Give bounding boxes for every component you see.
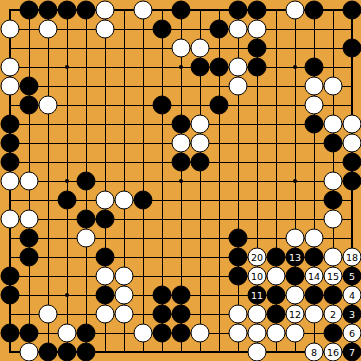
white-stone[interactable] xyxy=(1,58,19,76)
white-stone[interactable] xyxy=(229,77,247,95)
black-stone[interactable] xyxy=(305,286,323,304)
black-stone[interactable] xyxy=(1,267,19,285)
go-board[interactable]: 2013181014155114122368167 xyxy=(0,0,361,361)
black-stone[interactable] xyxy=(153,286,171,304)
black-stone[interactable] xyxy=(172,305,190,323)
white-stone[interactable] xyxy=(267,267,285,285)
white-stone[interactable] xyxy=(115,267,133,285)
white-stone[interactable] xyxy=(324,172,342,190)
move-number-label: 6 xyxy=(349,328,355,339)
black-stone[interactable] xyxy=(210,58,228,76)
black-stone[interactable] xyxy=(77,324,95,342)
black-stone[interactable] xyxy=(77,343,95,361)
white-stone[interactable] xyxy=(96,267,114,285)
white-stone[interactable]: 10 xyxy=(248,267,266,285)
black-stone[interactable] xyxy=(229,1,247,19)
black-stone[interactable] xyxy=(324,324,342,342)
star-point xyxy=(65,179,69,183)
black-stone[interactable] xyxy=(229,229,247,247)
black-stone[interactable]: 11 xyxy=(248,286,266,304)
black-stone[interactable] xyxy=(20,248,38,266)
black-stone[interactable] xyxy=(172,115,190,133)
move-number-label: 16 xyxy=(327,347,339,358)
black-stone[interactable] xyxy=(20,96,38,114)
white-stone[interactable] xyxy=(305,96,323,114)
white-stone[interactable]: 6 xyxy=(343,324,361,342)
white-stone[interactable] xyxy=(1,172,19,190)
white-stone[interactable] xyxy=(248,324,266,342)
white-stone[interactable]: 8 xyxy=(305,343,323,361)
black-stone[interactable] xyxy=(210,20,228,38)
black-stone[interactable] xyxy=(305,115,323,133)
white-stone[interactable] xyxy=(115,305,133,323)
white-stone[interactable] xyxy=(20,172,38,190)
white-stone[interactable] xyxy=(77,229,95,247)
black-stone[interactable] xyxy=(1,134,19,152)
white-stone[interactable] xyxy=(267,324,285,342)
black-stone[interactable] xyxy=(77,210,95,228)
black-stone[interactable] xyxy=(96,248,114,266)
black-stone[interactable] xyxy=(305,248,323,266)
black-stone[interactable] xyxy=(39,343,57,361)
black-stone[interactable] xyxy=(172,1,190,19)
white-stone[interactable] xyxy=(96,305,114,323)
black-stone[interactable] xyxy=(248,39,266,57)
white-stone[interactable] xyxy=(134,1,152,19)
white-stone[interactable]: 14 xyxy=(305,267,323,285)
white-stone[interactable]: 16 xyxy=(324,343,342,361)
white-stone[interactable] xyxy=(96,20,114,38)
black-stone[interactable] xyxy=(248,58,266,76)
black-stone[interactable] xyxy=(248,1,266,19)
black-stone[interactable] xyxy=(153,96,171,114)
black-stone[interactable] xyxy=(229,248,247,266)
black-stone[interactable] xyxy=(39,1,57,19)
white-stone[interactable] xyxy=(115,191,133,209)
white-stone[interactable] xyxy=(305,229,323,247)
star-point xyxy=(65,293,69,297)
black-stone[interactable] xyxy=(343,172,361,190)
white-stone[interactable]: 15 xyxy=(324,267,342,285)
black-stone[interactable] xyxy=(191,58,209,76)
black-stone[interactable] xyxy=(153,305,171,323)
white-stone[interactable] xyxy=(1,20,19,38)
move-number-label: 14 xyxy=(308,271,320,282)
black-stone[interactable] xyxy=(172,286,190,304)
move-number-label: 10 xyxy=(251,271,263,282)
white-stone[interactable] xyxy=(324,77,342,95)
move-number-label: 5 xyxy=(349,271,355,282)
move-number-label: 18 xyxy=(346,252,358,263)
white-stone[interactable] xyxy=(58,324,76,342)
black-stone[interactable] xyxy=(20,229,38,247)
white-stone[interactable] xyxy=(324,210,342,228)
move-number-label: 3 xyxy=(349,309,355,320)
black-stone[interactable] xyxy=(77,172,95,190)
white-stone[interactable] xyxy=(1,77,19,95)
white-stone[interactable] xyxy=(96,1,114,19)
black-stone[interactable] xyxy=(58,1,76,19)
white-stone[interactable] xyxy=(39,20,57,38)
white-stone[interactable] xyxy=(20,210,38,228)
black-stone[interactable] xyxy=(1,286,19,304)
move-number-label: 8 xyxy=(311,347,317,358)
go-diagram: 2013181014155114122368167 xyxy=(0,0,361,361)
black-stone[interactable] xyxy=(172,324,190,342)
board-svg: 2013181014155114122368167 xyxy=(0,0,361,361)
black-stone[interactable] xyxy=(58,343,76,361)
black-stone[interactable] xyxy=(305,1,323,19)
white-stone[interactable]: 18 xyxy=(343,248,361,266)
white-stone[interactable] xyxy=(39,96,57,114)
white-stone[interactable] xyxy=(343,134,361,152)
star-point xyxy=(179,179,183,183)
white-stone[interactable] xyxy=(286,324,304,342)
move-number-label: 15 xyxy=(327,271,339,282)
black-stone[interactable] xyxy=(324,191,342,209)
black-stone[interactable] xyxy=(1,324,19,342)
white-stone[interactable] xyxy=(229,324,247,342)
white-stone[interactable] xyxy=(20,343,38,361)
black-stone[interactable] xyxy=(20,324,38,342)
black-stone[interactable] xyxy=(305,58,323,76)
black-stone[interactable] xyxy=(134,191,152,209)
white-stone[interactable] xyxy=(96,191,114,209)
black-stone[interactable] xyxy=(153,20,171,38)
white-stone[interactable] xyxy=(248,343,266,361)
black-stone[interactable] xyxy=(96,286,114,304)
star-point xyxy=(65,65,69,69)
black-stone[interactable] xyxy=(20,77,38,95)
white-stone[interactable] xyxy=(248,20,266,38)
black-stone[interactable] xyxy=(1,115,19,133)
black-stone[interactable] xyxy=(1,153,19,171)
black-stone[interactable] xyxy=(153,324,171,342)
move-number-label: 12 xyxy=(289,309,301,320)
white-stone[interactable]: 20 xyxy=(248,248,266,266)
star-point xyxy=(293,65,297,69)
white-stone[interactable] xyxy=(305,77,323,95)
white-stone[interactable] xyxy=(191,134,209,152)
move-number-label: 7 xyxy=(349,347,355,358)
white-stone[interactable] xyxy=(191,39,209,57)
black-stone[interactable]: 13 xyxy=(286,248,304,266)
move-number-label: 11 xyxy=(251,290,263,301)
white-stone[interactable] xyxy=(39,305,57,323)
black-stone[interactable] xyxy=(96,210,114,228)
black-stone[interactable] xyxy=(20,1,38,19)
black-stone[interactable] xyxy=(343,153,361,171)
move-number-label: 2 xyxy=(330,309,336,320)
white-stone[interactable]: 2 xyxy=(324,305,342,323)
black-stone[interactable] xyxy=(58,191,76,209)
black-stone[interactable] xyxy=(343,39,361,57)
move-number-label: 4 xyxy=(349,290,355,301)
black-stone[interactable] xyxy=(229,267,247,285)
star-point xyxy=(293,179,297,183)
move-number-label: 20 xyxy=(251,252,263,263)
black-stone[interactable]: 7 xyxy=(343,343,361,361)
white-stone[interactable] xyxy=(1,210,19,228)
white-stone[interactable] xyxy=(172,39,190,57)
white-stone[interactable] xyxy=(115,286,133,304)
black-stone[interactable] xyxy=(191,153,209,171)
white-stone[interactable] xyxy=(286,229,304,247)
white-stone[interactable] xyxy=(191,115,209,133)
white-stone[interactable] xyxy=(248,305,266,323)
white-stone[interactable] xyxy=(286,1,304,19)
black-stone[interactable] xyxy=(286,267,304,285)
black-stone[interactable] xyxy=(324,134,342,152)
white-stone[interactable] xyxy=(286,286,304,304)
white-stone[interactable] xyxy=(172,134,190,152)
white-stone[interactable]: 4 xyxy=(343,286,361,304)
white-stone[interactable]: 12 xyxy=(286,305,304,323)
black-stone[interactable]: 5 xyxy=(343,267,361,285)
black-stone[interactable] xyxy=(267,286,285,304)
white-stone[interactable] xyxy=(191,324,209,342)
black-stone[interactable] xyxy=(210,96,228,114)
white-stone[interactable] xyxy=(229,58,247,76)
white-stone[interactable] xyxy=(324,115,342,133)
black-stone[interactable] xyxy=(343,1,361,19)
black-stone[interactable] xyxy=(172,153,190,171)
white-stone[interactable] xyxy=(134,324,152,342)
black-stone[interactable]: 3 xyxy=(343,305,361,323)
move-number-label: 13 xyxy=(289,252,301,263)
black-stone[interactable] xyxy=(267,305,285,323)
white-stone[interactable] xyxy=(229,20,247,38)
white-stone[interactable] xyxy=(229,305,247,323)
star-point xyxy=(179,65,183,69)
white-stone[interactable] xyxy=(324,248,342,266)
black-stone[interactable] xyxy=(267,248,285,266)
white-stone[interactable] xyxy=(343,115,361,133)
white-stone[interactable] xyxy=(305,305,323,323)
black-stone[interactable] xyxy=(324,286,342,304)
black-stone[interactable] xyxy=(77,1,95,19)
